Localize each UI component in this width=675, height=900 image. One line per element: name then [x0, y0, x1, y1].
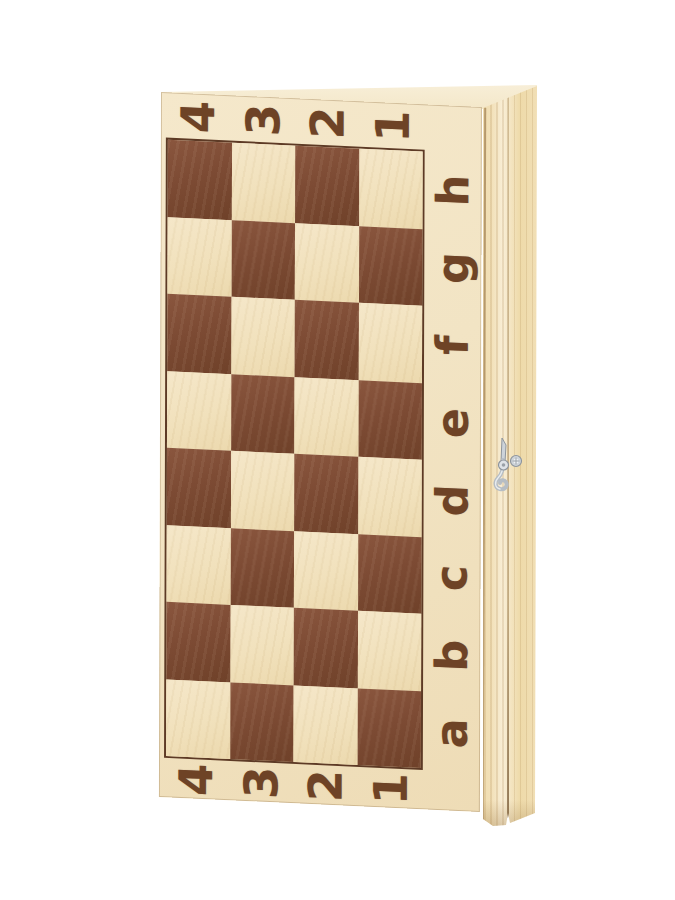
square-a4	[166, 679, 230, 759]
square-e1	[358, 380, 422, 460]
rank-label-cell: 3	[231, 95, 296, 143]
square-g3	[231, 220, 295, 300]
square-d2	[294, 454, 358, 534]
file-label: c	[430, 563, 474, 591]
square-d4	[167, 448, 231, 528]
file-label: b	[430, 638, 474, 672]
rank-label: 4	[175, 99, 221, 133]
rank-label: 4	[173, 762, 219, 796]
file-label: g	[431, 250, 475, 284]
rank-label-cell: 1	[358, 767, 423, 809]
square-f4	[167, 294, 231, 374]
square-a3	[230, 682, 294, 762]
square-f1	[358, 303, 422, 383]
file-label-cell: a	[423, 692, 480, 772]
board-face: 4321 hgfedcba 4321	[159, 92, 482, 812]
file-label: h	[431, 173, 475, 207]
checkerboard	[164, 138, 425, 770]
square-f3	[231, 297, 295, 377]
square-e2	[294, 377, 358, 457]
square-e3	[231, 374, 295, 454]
rank-label: 1	[369, 108, 415, 142]
square-b3	[230, 605, 294, 685]
file-label-cell: c	[423, 537, 480, 617]
square-c4	[167, 525, 231, 605]
file-label: f	[431, 334, 475, 355]
rank-label: 2	[305, 105, 351, 139]
rank-label: 3	[240, 102, 286, 136]
square-c3	[230, 528, 294, 608]
square-f2	[295, 300, 359, 380]
file-label-cell: f	[424, 305, 481, 385]
file-label-cell: b	[423, 615, 480, 695]
square-g2	[295, 223, 359, 303]
file-label: e	[430, 406, 474, 438]
square-e4	[167, 371, 231, 451]
spine-face-edge-line	[482, 108, 486, 820]
square-a2	[293, 685, 357, 765]
clasp-latch-icon	[487, 436, 523, 494]
box-spine	[478, 84, 540, 844]
rank-label-cell: 3	[229, 761, 294, 803]
square-g1	[358, 226, 422, 306]
rank-label: 1	[367, 771, 413, 805]
file-label: d	[430, 483, 474, 517]
rank-label-cell: 2	[293, 764, 358, 806]
square-a1	[357, 688, 421, 768]
file-label-cell: g	[424, 227, 481, 307]
file-label-cell: h	[424, 150, 481, 230]
rank-label-cell: 4	[166, 92, 231, 140]
square-h2	[295, 146, 359, 226]
square-c2	[294, 531, 358, 611]
square-b1	[357, 611, 421, 691]
rank-label: 2	[303, 768, 349, 802]
chess-box-photo: 4321 hgfedcba 4321	[0, 0, 675, 900]
square-b2	[294, 608, 358, 688]
square-g4	[167, 217, 231, 297]
square-h3	[231, 143, 295, 223]
file-labels-right: hgfedcba	[423, 150, 482, 773]
square-h1	[359, 149, 423, 229]
square-c1	[358, 534, 422, 614]
rank-label: 3	[238, 765, 284, 799]
spine-bottom-shading	[480, 800, 538, 830]
square-d1	[358, 457, 422, 537]
rank-label-cell: 2	[295, 98, 360, 146]
rank-label-cell: 4	[164, 758, 229, 800]
square-h4	[168, 140, 232, 220]
file-label: a	[429, 717, 473, 749]
file-label-cell: d	[423, 460, 480, 540]
square-d3	[230, 451, 294, 531]
file-label-cell: e	[424, 382, 481, 462]
square-b4	[166, 602, 230, 682]
rank-label-cell: 1	[360, 101, 425, 149]
